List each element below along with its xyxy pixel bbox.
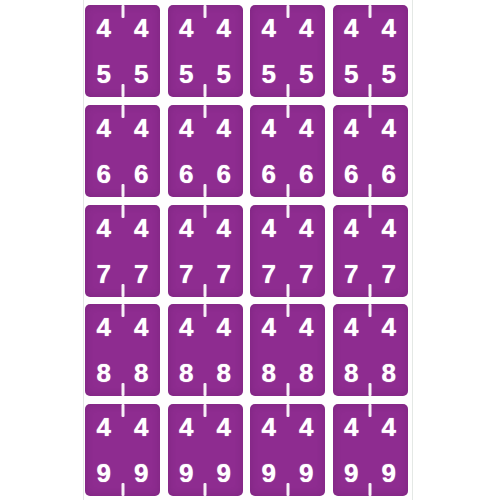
digit-bottom-left: 5 bbox=[97, 61, 111, 87]
digit-top-right: 4 bbox=[382, 314, 396, 340]
fold-notch-top-icon bbox=[204, 205, 207, 218]
digit-bottom-left: 7 bbox=[262, 261, 276, 287]
fold-notch-top-icon bbox=[204, 304, 207, 317]
label-r2c1-46: 4466 bbox=[85, 105, 160, 197]
digit-top-right: 4 bbox=[134, 414, 148, 440]
digit-top-left: 4 bbox=[179, 314, 193, 340]
digit-top-left: 4 bbox=[344, 215, 358, 241]
fold-notch-bottom-icon bbox=[286, 184, 289, 197]
fold-notch-bottom-icon bbox=[369, 483, 372, 496]
fold-notch-bottom-icon bbox=[286, 284, 289, 297]
label-r1c2-45: 4455 bbox=[168, 5, 243, 97]
fold-notch-top-icon bbox=[286, 205, 289, 218]
digit-top-right: 4 bbox=[134, 314, 148, 340]
digit-bottom-left: 8 bbox=[179, 360, 193, 386]
fold-notch-top-icon bbox=[369, 205, 372, 218]
digit-top-left: 4 bbox=[344, 115, 358, 141]
digit-bottom-left: 9 bbox=[262, 460, 276, 486]
label-sheet-photo: 4455445544554455446644664466446644774477… bbox=[0, 0, 500, 500]
digit-top-left: 4 bbox=[262, 215, 276, 241]
digit-top-left: 4 bbox=[262, 115, 276, 141]
digit-top-left: 4 bbox=[344, 314, 358, 340]
fold-notch-bottom-icon bbox=[369, 84, 372, 97]
fold-notch-bottom-icon bbox=[204, 84, 207, 97]
fold-notch-bottom-icon bbox=[204, 483, 207, 496]
digit-top-left: 4 bbox=[179, 115, 193, 141]
label-sheet: 4455445544554455446644664466446644774477… bbox=[85, 5, 408, 496]
digit-bottom-right: 7 bbox=[217, 261, 231, 287]
fold-notch-top-icon bbox=[369, 304, 372, 317]
label-r5c4-49: 4499 bbox=[333, 404, 408, 496]
digit-top-left: 4 bbox=[97, 414, 111, 440]
digit-bottom-right: 5 bbox=[217, 61, 231, 87]
label-r2c2-46: 4466 bbox=[168, 105, 243, 197]
digit-top-right: 4 bbox=[382, 115, 396, 141]
digit-bottom-left: 6 bbox=[344, 161, 358, 187]
fold-notch-bottom-icon bbox=[286, 383, 289, 396]
digit-bottom-right: 7 bbox=[299, 261, 313, 287]
digit-top-left: 4 bbox=[262, 414, 276, 440]
fold-notch-bottom-icon bbox=[369, 383, 372, 396]
digit-bottom-left: 9 bbox=[97, 460, 111, 486]
digit-top-left: 4 bbox=[344, 15, 358, 41]
fold-notch-top-icon bbox=[204, 105, 207, 118]
digit-top-right: 4 bbox=[382, 215, 396, 241]
digit-bottom-left: 8 bbox=[344, 360, 358, 386]
digit-bottom-left: 7 bbox=[97, 261, 111, 287]
digit-bottom-right: 8 bbox=[299, 360, 313, 386]
digit-top-left: 4 bbox=[97, 115, 111, 141]
label-r3c3-47: 4477 bbox=[250, 205, 325, 297]
label-r3c4-47: 4477 bbox=[333, 205, 408, 297]
digit-bottom-right: 5 bbox=[382, 61, 396, 87]
digit-bottom-left: 9 bbox=[179, 460, 193, 486]
digit-top-right: 4 bbox=[299, 115, 313, 141]
fold-notch-bottom-icon bbox=[369, 284, 372, 297]
digit-bottom-right: 6 bbox=[382, 161, 396, 187]
digit-bottom-left: 6 bbox=[262, 161, 276, 187]
fold-notch-bottom-icon bbox=[121, 84, 124, 97]
fold-notch-bottom-icon bbox=[121, 483, 124, 496]
fold-notch-bottom-icon bbox=[121, 184, 124, 197]
digit-bottom-left: 5 bbox=[179, 61, 193, 87]
fold-notch-bottom-icon bbox=[286, 483, 289, 496]
digit-top-right: 4 bbox=[134, 15, 148, 41]
label-r4c4-48: 4488 bbox=[333, 304, 408, 396]
digit-top-right: 4 bbox=[217, 115, 231, 141]
digit-bottom-right: 8 bbox=[382, 360, 396, 386]
digit-bottom-right: 9 bbox=[382, 460, 396, 486]
label-r5c1-49: 4499 bbox=[85, 404, 160, 496]
fold-notch-bottom-icon bbox=[369, 184, 372, 197]
digit-top-right: 4 bbox=[382, 15, 396, 41]
fold-notch-top-icon bbox=[286, 5, 289, 18]
label-r5c3-49: 4499 bbox=[250, 404, 325, 496]
label-r4c1-48: 4488 bbox=[85, 304, 160, 396]
digit-top-left: 4 bbox=[179, 15, 193, 41]
fold-notch-top-icon bbox=[369, 105, 372, 118]
label-r4c2-48: 4488 bbox=[168, 304, 243, 396]
digit-top-left: 4 bbox=[179, 414, 193, 440]
digit-top-right: 4 bbox=[299, 314, 313, 340]
fold-notch-bottom-icon bbox=[204, 383, 207, 396]
fold-notch-bottom-icon bbox=[204, 184, 207, 197]
digit-bottom-left: 8 bbox=[97, 360, 111, 386]
digit-top-left: 4 bbox=[97, 15, 111, 41]
digit-top-right: 4 bbox=[299, 414, 313, 440]
digit-top-right: 4 bbox=[217, 414, 231, 440]
digit-bottom-right: 7 bbox=[382, 261, 396, 287]
fold-notch-top-icon bbox=[204, 404, 207, 417]
digit-top-left: 4 bbox=[97, 314, 111, 340]
digit-bottom-left: 6 bbox=[97, 161, 111, 187]
digit-top-left: 4 bbox=[262, 15, 276, 41]
digit-top-right: 4 bbox=[134, 115, 148, 141]
digit-bottom-left: 7 bbox=[344, 261, 358, 287]
digit-top-left: 4 bbox=[344, 414, 358, 440]
digit-bottom-left: 8 bbox=[262, 360, 276, 386]
digit-bottom-right: 8 bbox=[217, 360, 231, 386]
digit-bottom-right: 9 bbox=[217, 460, 231, 486]
label-r3c2-47: 4477 bbox=[168, 205, 243, 297]
label-r5c2-49: 4499 bbox=[168, 404, 243, 496]
digit-top-right: 4 bbox=[299, 215, 313, 241]
digit-top-right: 4 bbox=[217, 215, 231, 241]
digit-top-left: 4 bbox=[262, 314, 276, 340]
digit-top-right: 4 bbox=[217, 15, 231, 41]
fold-notch-top-icon bbox=[121, 205, 124, 218]
digit-bottom-right: 6 bbox=[299, 161, 313, 187]
fold-notch-top-icon bbox=[286, 404, 289, 417]
digit-top-right: 4 bbox=[382, 414, 396, 440]
digit-bottom-right: 6 bbox=[134, 161, 148, 187]
fold-notch-top-icon bbox=[121, 105, 124, 118]
label-r1c1-45: 4455 bbox=[85, 5, 160, 97]
fold-notch-top-icon bbox=[121, 404, 124, 417]
digit-bottom-right: 5 bbox=[134, 61, 148, 87]
digit-bottom-right: 9 bbox=[134, 460, 148, 486]
fold-notch-top-icon bbox=[369, 404, 372, 417]
label-r3c1-47: 4477 bbox=[85, 205, 160, 297]
digit-top-right: 4 bbox=[134, 215, 148, 241]
label-r1c4-45: 4455 bbox=[333, 5, 408, 97]
fold-notch-bottom-icon bbox=[121, 383, 124, 396]
label-r1c3-45: 4455 bbox=[250, 5, 325, 97]
digit-bottom-left: 9 bbox=[344, 460, 358, 486]
digit-bottom-right: 9 bbox=[299, 460, 313, 486]
fold-notch-bottom-icon bbox=[204, 284, 207, 297]
digit-bottom-right: 6 bbox=[217, 161, 231, 187]
digit-top-right: 4 bbox=[217, 314, 231, 340]
digit-bottom-right: 5 bbox=[299, 61, 313, 87]
label-r4c3-48: 4488 bbox=[250, 304, 325, 396]
fold-notch-bottom-icon bbox=[121, 284, 124, 297]
digit-top-left: 4 bbox=[179, 215, 193, 241]
digit-bottom-right: 7 bbox=[134, 261, 148, 287]
label-r2c3-46: 4466 bbox=[250, 105, 325, 197]
fold-notch-top-icon bbox=[286, 105, 289, 118]
fold-notch-top-icon bbox=[121, 304, 124, 317]
label-r2c4-46: 4466 bbox=[333, 105, 408, 197]
fold-notch-bottom-icon bbox=[286, 84, 289, 97]
fold-notch-top-icon bbox=[369, 5, 372, 18]
digit-bottom-left: 5 bbox=[262, 61, 276, 87]
fold-notch-top-icon bbox=[286, 304, 289, 317]
digit-bottom-left: 6 bbox=[179, 161, 193, 187]
fold-notch-top-icon bbox=[204, 5, 207, 18]
digit-bottom-left: 7 bbox=[179, 261, 193, 287]
digit-top-left: 4 bbox=[97, 215, 111, 241]
digit-top-right: 4 bbox=[299, 15, 313, 41]
digit-bottom-right: 8 bbox=[134, 360, 148, 386]
fold-notch-top-icon bbox=[121, 5, 124, 18]
digit-bottom-left: 5 bbox=[344, 61, 358, 87]
